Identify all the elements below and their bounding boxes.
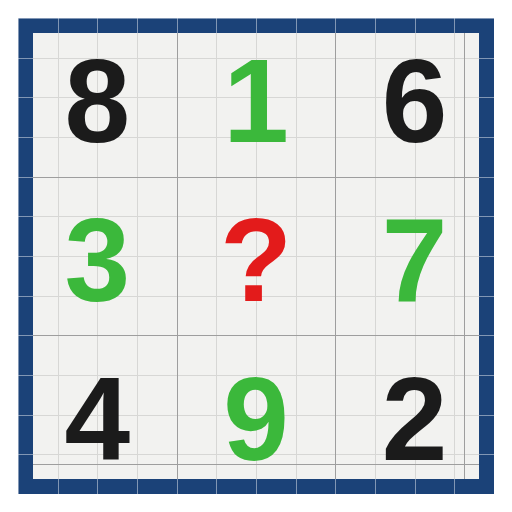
cell-r2c1: 3 bbox=[18, 177, 177, 336]
cell-r1c2: 1 bbox=[177, 18, 336, 177]
cell-r2c2-unknown[interactable]: ? bbox=[177, 177, 336, 336]
cell-r1c3-digit: 6 bbox=[382, 42, 448, 160]
cell-r3c3-digit: 2 bbox=[382, 360, 448, 478]
cell-r1c1: 8 bbox=[18, 18, 177, 177]
cell-grid: 8 1 6 3 ? 7 4 9 2 bbox=[18, 18, 494, 494]
cell-r1c3: 6 bbox=[335, 18, 494, 177]
cell-r3c1: 4 bbox=[18, 335, 177, 494]
cell-r3c2-digit: 9 bbox=[223, 360, 289, 478]
cell-r2c3-digit: 7 bbox=[382, 201, 448, 319]
cell-r1c2-digit: 1 bbox=[223, 42, 289, 160]
cell-r2c2-question-mark: ? bbox=[220, 201, 292, 319]
cell-r2c3: 7 bbox=[335, 177, 494, 336]
magic-square-board: 8 1 6 3 ? 7 4 9 2 bbox=[18, 18, 494, 494]
cell-r3c3: 2 bbox=[335, 335, 494, 494]
puzzle-stage: 8 1 6 3 ? 7 4 9 2 bbox=[0, 0, 512, 512]
cell-r3c2: 9 bbox=[177, 335, 336, 494]
cell-r3c1-digit: 4 bbox=[65, 360, 131, 478]
cell-r1c1-digit: 8 bbox=[65, 42, 131, 160]
cell-r2c1-digit: 3 bbox=[65, 201, 131, 319]
